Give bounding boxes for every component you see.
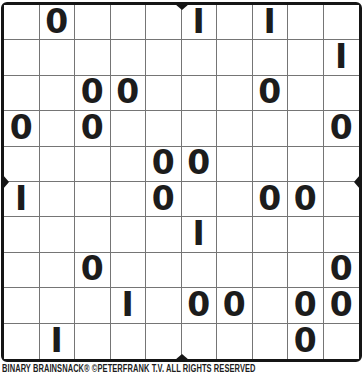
cell-r10c1[interactable] [4, 324, 40, 359]
puzzle-page: 0III00000000I000I00I0000I0 BINARY BRAINS… [0, 0, 363, 375]
cell-r3c2[interactable] [40, 76, 76, 111]
zero-glyph: 0 [330, 111, 353, 144]
cell-r5c1[interactable] [4, 147, 40, 182]
cell-r9c2[interactable] [40, 288, 76, 323]
cell-r2c10[interactable]: I [324, 40, 360, 75]
cell-r6c7[interactable] [217, 182, 253, 217]
cell-r7c10[interactable] [324, 217, 360, 252]
zero-glyph: 0 [81, 252, 104, 285]
cell-r8c4[interactable] [111, 253, 147, 288]
cell-r7c6[interactable]: I [182, 217, 218, 252]
cell-r1c10[interactable] [324, 5, 360, 40]
cell-r3c9[interactable] [288, 76, 324, 111]
cell-r1c4[interactable] [111, 5, 147, 40]
cell-r4c4[interactable] [111, 111, 147, 146]
zero-glyph: 0 [45, 5, 68, 38]
zero-glyph: 0 [81, 75, 104, 108]
cell-r10c3[interactable] [75, 324, 111, 359]
cell-r7c2[interactable] [40, 217, 76, 252]
one-glyph: I [51, 324, 63, 357]
cell-r7c1[interactable] [4, 217, 40, 252]
one-glyph: I [193, 217, 205, 250]
cell-r3c3[interactable]: 0 [75, 76, 111, 111]
cell-r3c6[interactable] [182, 76, 218, 111]
cell-r10c9[interactable]: 0 [288, 324, 324, 359]
cell-r2c7[interactable] [217, 40, 253, 75]
zero-glyph: 0 [223, 288, 246, 321]
one-glyph: I [264, 5, 276, 38]
one-glyph: I [15, 182, 27, 215]
cell-r7c5[interactable] [146, 217, 182, 252]
cell-r8c8[interactable] [253, 253, 289, 288]
cell-r8c9[interactable] [288, 253, 324, 288]
cell-r10c8[interactable] [253, 324, 289, 359]
cell-r4c9[interactable] [288, 111, 324, 146]
cell-r5c5[interactable]: 0 [146, 147, 182, 182]
cell-r1c2[interactable]: 0 [40, 5, 76, 40]
zero-glyph: 0 [81, 111, 104, 144]
zero-glyph: 0 [258, 75, 281, 108]
zero-glyph: 0 [258, 182, 281, 215]
cell-r4c6[interactable] [182, 111, 218, 146]
cell-r5c6[interactable]: 0 [182, 147, 218, 182]
zero-glyph: 0 [152, 146, 175, 179]
zero-glyph: 0 [330, 288, 353, 321]
zero-glyph: 0 [330, 252, 353, 285]
cell-r8c1[interactable] [4, 253, 40, 288]
cell-r2c8[interactable] [253, 40, 289, 75]
cell-r9c3[interactable] [75, 288, 111, 323]
cell-r4c10[interactable]: 0 [324, 111, 360, 146]
cell-r4c8[interactable] [253, 111, 289, 146]
cell-r1c9[interactable] [288, 5, 324, 40]
cell-r6c9[interactable]: 0 [288, 182, 324, 217]
cell-r2c1[interactable] [4, 40, 40, 75]
cell-r4c5[interactable] [146, 111, 182, 146]
cell-r1c1[interactable] [4, 5, 40, 40]
center-mark-right-icon [354, 175, 360, 189]
cell-r1c3[interactable] [75, 5, 111, 40]
cell-r3c8[interactable]: 0 [253, 76, 289, 111]
cell-r3c7[interactable] [217, 76, 253, 111]
cell-r4c1[interactable]: 0 [4, 111, 40, 146]
zero-glyph: 0 [187, 288, 210, 321]
zero-glyph: 0 [294, 324, 317, 357]
one-glyph: I [122, 288, 134, 321]
center-mark-top-icon [175, 4, 189, 10]
cell-r6c3[interactable] [75, 182, 111, 217]
cell-r8c6[interactable] [182, 253, 218, 288]
puzzle-board: 0III00000000I000I00I0000I0 [1, 2, 362, 362]
cell-r5c8[interactable] [253, 147, 289, 182]
zero-glyph: 0 [294, 288, 317, 321]
cell-r9c5[interactable] [146, 288, 182, 323]
cell-r9c1[interactable] [4, 288, 40, 323]
cell-r9c6[interactable]: 0 [182, 288, 218, 323]
cell-r6c8[interactable]: 0 [253, 182, 289, 217]
center-mark-bottom-icon [175, 354, 189, 360]
copyright-credit: BINARY BRAINSNACK® ©PETERFRANK T.V. ALL … [2, 363, 256, 374]
cell-r3c4[interactable]: 0 [111, 76, 147, 111]
cell-r1c5[interactable] [146, 5, 182, 40]
zero-glyph: 0 [116, 75, 139, 108]
cell-r8c7[interactable] [217, 253, 253, 288]
cell-r8c2[interactable] [40, 253, 76, 288]
cell-r9c10[interactable]: 0 [324, 288, 360, 323]
cell-r10c10[interactable] [324, 324, 360, 359]
cell-r5c2[interactable] [40, 147, 76, 182]
cell-r4c2[interactable] [40, 111, 76, 146]
cell-r2c3[interactable] [75, 40, 111, 75]
cell-r5c3[interactable] [75, 147, 111, 182]
zero-glyph: 0 [10, 111, 33, 144]
cell-r1c8[interactable]: I [253, 5, 289, 40]
cell-r2c9[interactable] [288, 40, 324, 75]
cell-r5c4[interactable] [111, 147, 147, 182]
one-glyph: I [335, 40, 347, 73]
cell-r8c10[interactable]: 0 [324, 253, 360, 288]
cell-r10c2[interactable]: I [40, 324, 76, 359]
cell-r6c6[interactable] [182, 182, 218, 217]
zero-glyph: 0 [294, 182, 317, 215]
cell-r7c9[interactable] [288, 217, 324, 252]
cell-r9c8[interactable] [253, 288, 289, 323]
cell-r1c7[interactable] [217, 5, 253, 40]
zero-glyph: 0 [152, 182, 175, 215]
cell-r10c7[interactable] [217, 324, 253, 359]
cell-r7c4[interactable] [111, 217, 147, 252]
cell-r5c7[interactable] [217, 147, 253, 182]
cell-r3c1[interactable] [4, 76, 40, 111]
cell-r7c8[interactable] [253, 217, 289, 252]
puzzle-grid: 0III00000000I000I00I0000I0 [4, 5, 359, 359]
cell-r8c5[interactable] [146, 253, 182, 288]
cell-r10c4[interactable] [111, 324, 147, 359]
cell-r2c5[interactable] [146, 40, 182, 75]
cell-r6c5[interactable]: 0 [146, 182, 182, 217]
cell-r6c2[interactable] [40, 182, 76, 217]
cell-r9c4[interactable]: I [111, 288, 147, 323]
cell-r9c7[interactable]: 0 [217, 288, 253, 323]
cell-r4c7[interactable] [217, 111, 253, 146]
cell-r2c4[interactable] [111, 40, 147, 75]
cell-r7c7[interactable] [217, 217, 253, 252]
cell-r3c5[interactable] [146, 76, 182, 111]
one-glyph: I [193, 5, 205, 38]
cell-r4c3[interactable]: 0 [75, 111, 111, 146]
cell-r6c4[interactable] [111, 182, 147, 217]
cell-r7c3[interactable] [75, 217, 111, 252]
cell-r2c2[interactable] [40, 40, 76, 75]
center-mark-left-icon [3, 175, 9, 189]
cell-r3c10[interactable] [324, 76, 360, 111]
cell-r1c6[interactable]: I [182, 5, 218, 40]
cell-r8c3[interactable]: 0 [75, 253, 111, 288]
cell-r5c9[interactable] [288, 147, 324, 182]
zero-glyph: 0 [187, 146, 210, 179]
cell-r6c1[interactable]: I [4, 182, 40, 217]
cell-r9c9[interactable]: 0 [288, 288, 324, 323]
cell-r2c6[interactable] [182, 40, 218, 75]
